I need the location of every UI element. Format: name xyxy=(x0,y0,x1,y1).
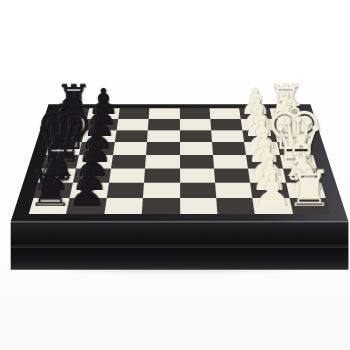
square-a5[interactable] xyxy=(142,198,180,214)
square-d5[interactable] xyxy=(145,155,179,168)
square-c4[interactable] xyxy=(180,168,215,182)
square-g5[interactable] xyxy=(148,119,180,130)
square-f5[interactable] xyxy=(147,130,179,142)
square-f4[interactable] xyxy=(179,130,211,142)
chessboard: ♜♟♟♜♞♟♟♞♝♟♟♝♚♟♟♚♛♟♟♛♝♟♟♝♞♟♟♞♜♟♟♜ xyxy=(11,104,349,221)
chess-set-photo: ♜♟♟♜♞♟♟♞♝♟♟♝♚♟♟♚♛♟♟♛♝♟♟♝♞♟♟♞♜♟♟♜ xyxy=(0,0,350,350)
square-e5[interactable] xyxy=(146,142,179,155)
box-lid-seam xyxy=(11,246,349,248)
square-d4[interactable] xyxy=(180,155,214,168)
square-g4[interactable] xyxy=(179,119,211,130)
board-box-front xyxy=(11,222,349,270)
square-c5[interactable] xyxy=(144,168,179,182)
square-h5[interactable] xyxy=(149,108,180,119)
square-b5[interactable] xyxy=(143,183,180,198)
square-a4[interactable] xyxy=(180,198,218,214)
square-h4[interactable] xyxy=(179,108,210,119)
square-e4[interactable] xyxy=(179,142,212,155)
square-b4[interactable] xyxy=(180,183,217,198)
